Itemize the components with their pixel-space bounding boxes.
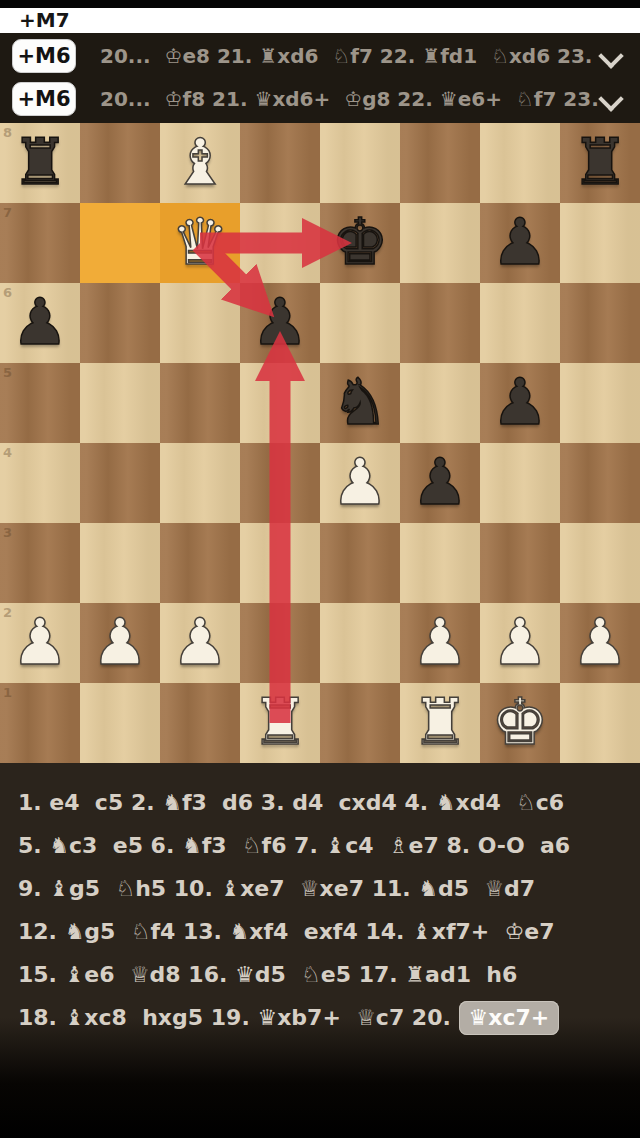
square-d4[interactable]	[240, 443, 320, 523]
engine-eval-badge[interactable]: +M6	[12, 82, 76, 116]
engine-line-moves: 20... ♔e8 21. ♜xd6 ♘f7 22. ♜fd1 ♘xd6 23.	[100, 35, 592, 77]
square-a8[interactable]: 8	[0, 123, 80, 203]
chevron-down-icon[interactable]	[598, 43, 623, 68]
square-b7[interactable]	[80, 203, 160, 283]
square-g2[interactable]	[480, 603, 560, 683]
square-h3[interactable]	[560, 523, 640, 603]
square-b4[interactable]	[80, 443, 160, 523]
square-f2[interactable]	[400, 603, 480, 683]
square-a5[interactable]: 5	[0, 363, 80, 443]
square-a6[interactable]: 6	[0, 283, 80, 363]
square-g5[interactable]	[480, 363, 560, 443]
square-e6[interactable]	[320, 283, 400, 363]
square-d2[interactable]	[240, 603, 320, 683]
square-e4[interactable]	[320, 443, 400, 523]
rank-label: 6	[3, 285, 12, 300]
square-d6[interactable]	[240, 283, 320, 363]
chess-analysis-screen: +M7 +M6 20... ♔e8 21. ♜xd6 ♘f7 22. ♜fd1 …	[0, 0, 640, 1138]
square-f7[interactable]	[400, 203, 480, 283]
square-a4[interactable]: 4	[0, 443, 80, 523]
square-b5[interactable]	[80, 363, 160, 443]
square-h1[interactable]	[560, 683, 640, 763]
square-d1[interactable]	[240, 683, 320, 763]
square-e8[interactable]	[320, 123, 400, 203]
rank-label: 2	[3, 605, 12, 620]
square-e7[interactable]	[320, 203, 400, 283]
engine-line-2[interactable]: +M6 20... ♔f8 21. ♛xd6+ ♔g8 22. ♛e6+ ♘f7…	[0, 78, 640, 120]
rank-label: 3	[3, 525, 12, 540]
square-g3[interactable]	[480, 523, 560, 603]
rank-label: 5	[3, 365, 12, 380]
square-f6[interactable]	[400, 283, 480, 363]
square-h5[interactable]	[560, 363, 640, 443]
square-h8[interactable]	[560, 123, 640, 203]
square-c4[interactable]	[160, 443, 240, 523]
square-b3[interactable]	[80, 523, 160, 603]
square-g4[interactable]	[480, 443, 560, 523]
square-c3[interactable]	[160, 523, 240, 603]
square-g8[interactable]	[480, 123, 560, 203]
square-e1[interactable]	[320, 683, 400, 763]
board-squares: 87654321	[0, 123, 640, 763]
square-d8[interactable]	[240, 123, 320, 203]
square-f1[interactable]	[400, 683, 480, 763]
move-list-line[interactable]: 5. ♞c3 e5 6. ♞f3 ♘f6 7. ♝c4 ♗e7 8. O-O a…	[18, 826, 640, 869]
rank-label: 8	[3, 125, 12, 140]
eval-score: +M7	[19, 8, 70, 32]
square-f8[interactable]	[400, 123, 480, 203]
square-c1[interactable]	[160, 683, 240, 763]
square-c5[interactable]	[160, 363, 240, 443]
square-b6[interactable]	[80, 283, 160, 363]
square-h7[interactable]	[560, 203, 640, 283]
square-e5[interactable]	[320, 363, 400, 443]
square-f4[interactable]	[400, 443, 480, 523]
square-f3[interactable]	[400, 523, 480, 603]
square-b8[interactable]	[80, 123, 160, 203]
square-a2[interactable]: 2	[0, 603, 80, 683]
chevron-down-icon[interactable]	[598, 86, 623, 111]
square-g1[interactable]	[480, 683, 560, 763]
square-g6[interactable]	[480, 283, 560, 363]
engine-line-1[interactable]: +M6 20... ♔e8 21. ♜xd6 ♘f7 22. ♜fd1 ♘xd6…	[0, 35, 640, 77]
square-a3[interactable]: 3	[0, 523, 80, 603]
square-c2[interactable]	[160, 603, 240, 683]
rank-label: 7	[3, 205, 12, 220]
square-a7[interactable]: 7	[0, 203, 80, 283]
square-c7[interactable]	[160, 203, 240, 283]
square-g7[interactable]	[480, 203, 560, 283]
rank-label: 1	[3, 685, 12, 700]
engine-eval-badge[interactable]: +M6	[12, 39, 76, 73]
top-black-strip	[0, 0, 640, 8]
move-list-line[interactable]: 15. ♝e6 ♕d8 16. ♛d5 ♘e5 17. ♜ad1 h6	[18, 955, 640, 998]
move-list-line[interactable]: 12. ♞g5 ♘f4 13. ♞xf4 exf4 14. ♝xf7+ ♔e7	[18, 912, 640, 955]
move-list-line[interactable]: 1. e4 c5 2. ♞f3 d6 3. d4 cxd4 4. ♞xd4 ♘c…	[18, 783, 640, 826]
rank-label: 4	[3, 445, 12, 460]
square-b2[interactable]	[80, 603, 160, 683]
square-d3[interactable]	[240, 523, 320, 603]
move-list-line[interactable]: 9. ♝g5 ♘h5 10. ♝xe7 ♕xe7 11. ♞d5 ♕d7	[18, 869, 640, 912]
move-list: 1. e4 c5 2. ♞f3 d6 3. d4 cxd4 4. ♞xd4 ♘c…	[0, 763, 640, 1138]
current-move-chip[interactable]: ♛xc7+	[459, 1001, 560, 1035]
square-h4[interactable]	[560, 443, 640, 523]
square-b1[interactable]	[80, 683, 160, 763]
square-h2[interactable]	[560, 603, 640, 683]
chess-board[interactable]: 87654321 ♜♝♜♛♚♟♟♟♞♟♟♟♟♟♟♟♟♟♜♜♚	[0, 123, 640, 763]
engine-lines-panel: +M6 20... ♔e8 21. ♜xd6 ♘f7 22. ♜fd1 ♘xd6…	[0, 33, 640, 123]
square-a1[interactable]: 1	[0, 683, 80, 763]
square-d5[interactable]	[240, 363, 320, 443]
square-c8[interactable]	[160, 123, 240, 203]
move-list-line-prefix: 18. ♝xc8 hxg5 19. ♛xb7+ ♕c7 20.	[18, 1005, 459, 1030]
square-e2[interactable]	[320, 603, 400, 683]
square-e3[interactable]	[320, 523, 400, 603]
eval-bar: +M7	[0, 8, 640, 33]
square-d7[interactable]	[240, 203, 320, 283]
engine-line-moves: 20... ♔f8 21. ♛xd6+ ♔g8 22. ♛e6+ ♘f7 23.	[100, 78, 599, 120]
square-h6[interactable]	[560, 283, 640, 363]
move-list-line-last[interactable]: 18. ♝xc8 hxg5 19. ♛xb7+ ♕c7 20. ♛xc7+	[18, 998, 640, 1041]
square-c6[interactable]	[160, 283, 240, 363]
square-f5[interactable]	[400, 363, 480, 443]
